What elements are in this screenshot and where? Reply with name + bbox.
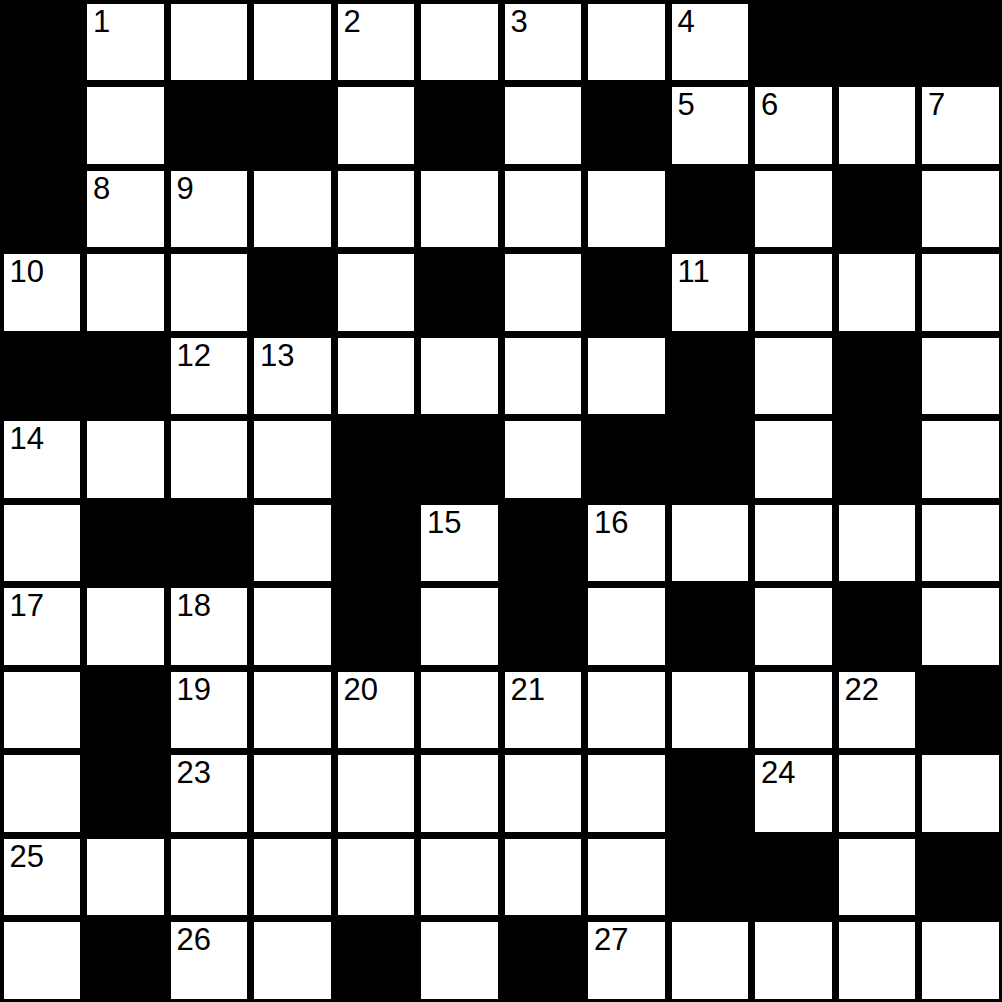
white-cell-r4c3[interactable]: 13 xyxy=(254,338,331,415)
black-cell-r8c11 xyxy=(919,668,1002,752)
black-cell-r3c7 xyxy=(585,251,669,335)
clue-number-10: 10 xyxy=(10,255,44,288)
white-cell-r6c5[interactable]: 15 xyxy=(421,505,498,582)
white-cell-r0c4[interactable]: 2 xyxy=(338,4,415,81)
white-cell-r9c11[interactable] xyxy=(922,755,999,832)
clue-number-18: 18 xyxy=(177,589,211,622)
white-cell-r5c6[interactable] xyxy=(505,421,582,498)
white-cell-r4c5[interactable] xyxy=(421,338,498,415)
black-cell-r3c3 xyxy=(251,251,335,335)
white-cell-r11c7[interactable]: 27 xyxy=(588,922,665,999)
black-cell-r5c10 xyxy=(835,418,919,502)
clue-number-14: 14 xyxy=(10,422,44,455)
white-cell-r9c4[interactable] xyxy=(338,755,415,832)
white-cell-r9c5[interactable] xyxy=(421,755,498,832)
white-cell-r2c2[interactable]: 9 xyxy=(171,171,248,248)
white-cell-r1c8[interactable]: 5 xyxy=(672,87,749,164)
clue-number-2: 2 xyxy=(344,5,361,38)
white-cell-r1c11[interactable]: 7 xyxy=(922,87,999,164)
white-cell-r2c9[interactable] xyxy=(755,171,832,248)
white-cell-r11c3[interactable] xyxy=(254,922,331,999)
black-cell-r4c8 xyxy=(668,334,752,418)
black-cell-r11c1 xyxy=(84,919,168,1002)
white-cell-r0c5[interactable] xyxy=(421,4,498,81)
clue-number-26: 26 xyxy=(177,923,211,956)
clue-number-12: 12 xyxy=(177,339,211,372)
clue-number-9: 9 xyxy=(177,172,194,205)
white-cell-r10c0[interactable]: 25 xyxy=(4,839,81,916)
white-cell-r11c9[interactable] xyxy=(755,922,832,999)
black-cell-r9c1 xyxy=(84,752,168,836)
black-cell-r4c0 xyxy=(0,334,84,418)
black-cell-r9c8 xyxy=(668,752,752,836)
black-cell-r3c5 xyxy=(418,251,502,335)
white-cell-r10c10[interactable] xyxy=(839,839,916,916)
white-cell-r11c11[interactable] xyxy=(922,922,999,999)
clue-number-5: 5 xyxy=(678,88,695,121)
black-cell-r10c11 xyxy=(919,835,1002,919)
white-cell-r6c9[interactable] xyxy=(755,505,832,582)
black-cell-r5c5 xyxy=(418,418,502,502)
clue-number-15: 15 xyxy=(427,506,461,539)
white-cell-r7c1[interactable] xyxy=(87,588,164,665)
white-cell-r3c9[interactable] xyxy=(755,254,832,331)
white-cell-r9c3[interactable] xyxy=(254,755,331,832)
white-cell-r9c0[interactable] xyxy=(4,755,81,832)
white-cell-r2c7[interactable] xyxy=(588,171,665,248)
white-cell-r4c4[interactable] xyxy=(338,338,415,415)
white-cell-r6c8[interactable] xyxy=(672,505,749,582)
clue-number-17: 17 xyxy=(10,589,44,622)
white-cell-r2c6[interactable] xyxy=(505,171,582,248)
white-cell-r5c1[interactable] xyxy=(87,421,164,498)
black-cell-r1c3 xyxy=(251,84,335,168)
white-cell-r8c6[interactable]: 21 xyxy=(505,672,582,749)
black-cell-r0c0 xyxy=(0,0,84,84)
white-cell-r11c8[interactable] xyxy=(672,922,749,999)
black-cell-r4c10 xyxy=(835,334,919,418)
black-cell-r6c4 xyxy=(334,501,418,585)
black-cell-r2c8 xyxy=(668,167,752,251)
black-cell-r7c10 xyxy=(835,585,919,669)
clue-number-16: 16 xyxy=(594,506,628,539)
white-cell-r2c5[interactable] xyxy=(421,171,498,248)
white-cell-r8c4[interactable]: 20 xyxy=(338,672,415,749)
white-cell-r5c9[interactable] xyxy=(755,421,832,498)
clue-number-4: 4 xyxy=(678,5,695,38)
black-cell-r6c2 xyxy=(167,501,251,585)
white-cell-r5c0[interactable]: 14 xyxy=(4,421,81,498)
white-cell-r8c3[interactable] xyxy=(254,672,331,749)
white-cell-r7c0[interactable]: 17 xyxy=(4,588,81,665)
clue-number-6: 6 xyxy=(761,88,778,121)
white-cell-r10c7[interactable] xyxy=(588,839,665,916)
black-cell-r7c6 xyxy=(501,585,585,669)
white-cell-r5c2[interactable] xyxy=(171,421,248,498)
white-cell-r4c7[interactable] xyxy=(588,338,665,415)
white-cell-r0c8[interactable]: 4 xyxy=(672,4,749,81)
white-cell-r11c2[interactable]: 26 xyxy=(171,922,248,999)
white-cell-r2c4[interactable] xyxy=(338,171,415,248)
white-cell-r8c2[interactable]: 19 xyxy=(171,672,248,749)
clue-number-23: 23 xyxy=(177,756,211,789)
white-cell-r9c7[interactable] xyxy=(588,755,665,832)
black-cell-r5c4 xyxy=(334,418,418,502)
white-cell-r10c3[interactable] xyxy=(254,839,331,916)
black-cell-r0c10 xyxy=(835,0,919,84)
white-cell-r8c0[interactable] xyxy=(4,672,81,749)
white-cell-r10c6[interactable] xyxy=(505,839,582,916)
black-cell-r7c4 xyxy=(334,585,418,669)
clue-number-7: 7 xyxy=(928,88,945,121)
white-cell-r10c2[interactable] xyxy=(171,839,248,916)
black-cell-r10c8 xyxy=(668,835,752,919)
black-cell-r11c6 xyxy=(501,919,585,1002)
white-cell-r6c3[interactable] xyxy=(254,505,331,582)
clue-number-13: 13 xyxy=(260,339,294,372)
white-cell-r11c5[interactable] xyxy=(421,922,498,999)
black-cell-r11c4 xyxy=(334,919,418,1002)
white-cell-r7c7[interactable] xyxy=(588,588,665,665)
clue-number-22: 22 xyxy=(845,673,879,706)
black-cell-r0c11 xyxy=(919,0,1002,84)
clue-number-1: 1 xyxy=(93,5,110,38)
white-cell-r3c10[interactable] xyxy=(839,254,916,331)
white-cell-r8c10[interactable]: 22 xyxy=(839,672,916,749)
clue-number-27: 27 xyxy=(594,923,628,956)
white-cell-r0c3[interactable] xyxy=(254,4,331,81)
black-cell-r1c0 xyxy=(0,84,84,168)
white-cell-r7c9[interactable] xyxy=(755,588,832,665)
white-cell-r11c0[interactable] xyxy=(4,922,81,999)
clue-number-25: 25 xyxy=(10,840,44,873)
white-cell-r2c3[interactable] xyxy=(254,171,331,248)
white-cell-r7c2[interactable]: 18 xyxy=(171,588,248,665)
black-cell-r1c7 xyxy=(585,84,669,168)
white-cell-r8c7[interactable] xyxy=(588,672,665,749)
white-cell-r1c10[interactable] xyxy=(839,87,916,164)
black-cell-r4c1 xyxy=(84,334,168,418)
black-cell-r6c1 xyxy=(84,501,168,585)
white-cell-r4c6[interactable] xyxy=(505,338,582,415)
white-cell-r1c4[interactable] xyxy=(338,87,415,164)
white-cell-r3c0[interactable]: 10 xyxy=(4,254,81,331)
white-cell-r5c11[interactable] xyxy=(922,421,999,498)
black-cell-r5c7 xyxy=(585,418,669,502)
white-cell-r0c7[interactable] xyxy=(588,4,665,81)
black-cell-r1c5 xyxy=(418,84,502,168)
black-cell-r10c9 xyxy=(752,835,836,919)
white-cell-r4c11[interactable] xyxy=(922,338,999,415)
white-cell-r1c1[interactable] xyxy=(87,87,164,164)
white-cell-r3c6[interactable] xyxy=(505,254,582,331)
white-cell-r2c1[interactable]: 8 xyxy=(87,171,164,248)
white-cell-r6c7[interactable]: 16 xyxy=(588,505,665,582)
white-cell-r9c2[interactable]: 23 xyxy=(171,755,248,832)
white-cell-r8c9[interactable] xyxy=(755,672,832,749)
white-cell-r3c4[interactable] xyxy=(338,254,415,331)
clue-number-20: 20 xyxy=(344,673,378,706)
black-cell-r6c6 xyxy=(501,501,585,585)
black-cell-r7c8 xyxy=(668,585,752,669)
white-cell-r10c4[interactable] xyxy=(338,839,415,916)
white-cell-r9c6[interactable] xyxy=(505,755,582,832)
white-cell-r3c2[interactable] xyxy=(171,254,248,331)
white-cell-r4c2[interactable]: 12 xyxy=(171,338,248,415)
white-cell-r8c8[interactable] xyxy=(672,672,749,749)
black-cell-r2c10 xyxy=(835,167,919,251)
white-cell-r6c11[interactable] xyxy=(922,505,999,582)
black-cell-r8c1 xyxy=(84,668,168,752)
white-cell-r7c11[interactable] xyxy=(922,588,999,665)
white-cell-r0c6[interactable]: 3 xyxy=(505,4,582,81)
white-cell-r7c3[interactable] xyxy=(254,588,331,665)
white-cell-r6c10[interactable] xyxy=(839,505,916,582)
white-cell-r1c6[interactable] xyxy=(505,87,582,164)
black-cell-r1c2 xyxy=(167,84,251,168)
clue-number-19: 19 xyxy=(177,673,211,706)
white-cell-r4c9[interactable] xyxy=(755,338,832,415)
clue-number-8: 8 xyxy=(93,172,110,205)
white-cell-r0c1[interactable]: 1 xyxy=(87,4,164,81)
white-cell-r5c3[interactable] xyxy=(254,421,331,498)
white-cell-r9c9[interactable]: 24 xyxy=(755,755,832,832)
white-cell-r9c10[interactable] xyxy=(839,755,916,832)
white-cell-r2c11[interactable] xyxy=(922,171,999,248)
white-cell-r10c5[interactable] xyxy=(421,839,498,916)
black-cell-r5c8 xyxy=(668,418,752,502)
white-cell-r0c2[interactable] xyxy=(171,4,248,81)
crossword-board: 1234567891011121314151617181920212223242… xyxy=(0,0,1002,1002)
white-cell-r1c9[interactable]: 6 xyxy=(755,87,832,164)
white-cell-r8c5[interactable] xyxy=(421,672,498,749)
clue-number-11: 11 xyxy=(678,255,710,288)
white-cell-r3c8[interactable]: 11 xyxy=(672,254,749,331)
white-cell-r6c0[interactable] xyxy=(4,505,81,582)
white-cell-r7c5[interactable] xyxy=(421,588,498,665)
black-cell-r0c9 xyxy=(752,0,836,84)
white-cell-r10c1[interactable] xyxy=(87,839,164,916)
clue-number-3: 3 xyxy=(511,5,528,38)
white-cell-r3c11[interactable] xyxy=(922,254,999,331)
white-cell-r3c1[interactable] xyxy=(87,254,164,331)
black-cell-r2c0 xyxy=(0,167,84,251)
clue-number-24: 24 xyxy=(761,756,795,789)
clue-number-21: 21 xyxy=(511,673,545,706)
white-cell-r11c10[interactable] xyxy=(839,922,916,999)
